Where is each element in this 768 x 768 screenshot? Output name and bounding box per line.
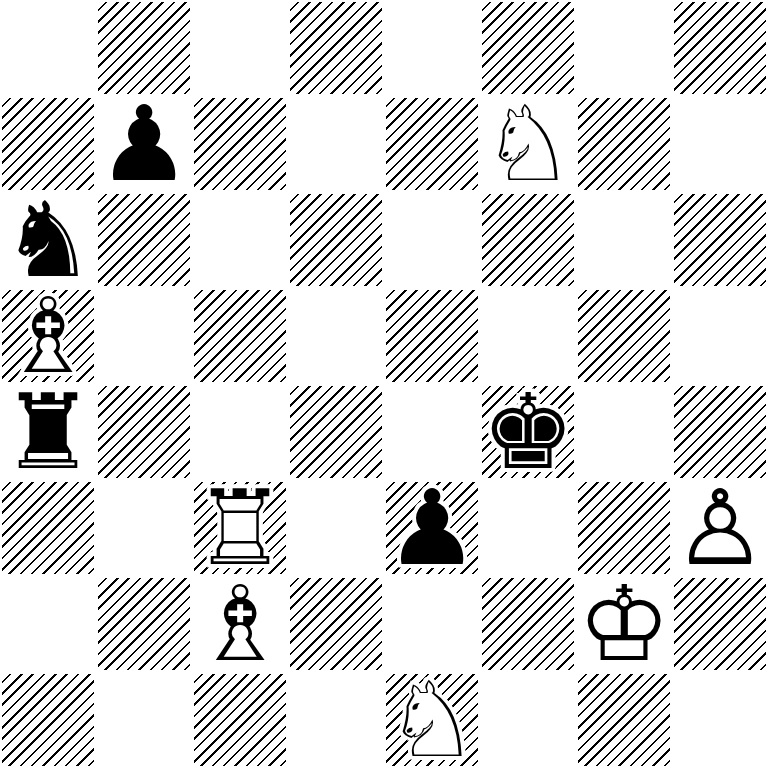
black-knight-piece[interactable]: ♞ — [0, 192, 96, 288]
square-b7[interactable]: ♟♟ — [96, 96, 192, 192]
square-e7[interactable] — [384, 96, 480, 192]
square-a6[interactable]: ♞♞ — [0, 192, 96, 288]
white-king-piece[interactable]: ♔ — [576, 576, 672, 672]
square-f6[interactable] — [480, 192, 576, 288]
square-e8[interactable] — [384, 0, 480, 96]
square-g4[interactable] — [576, 384, 672, 480]
square-g2[interactable]: ♚♔ — [576, 576, 672, 672]
square-g1[interactable] — [576, 672, 672, 768]
square-b3[interactable] — [96, 480, 192, 576]
square-c3[interactable]: ♜♖ — [192, 480, 288, 576]
square-b6[interactable] — [96, 192, 192, 288]
square-a8[interactable] — [0, 0, 96, 96]
square-d6[interactable] — [288, 192, 384, 288]
white-bishop-piece[interactable]: ♗ — [0, 288, 96, 384]
square-d5[interactable] — [288, 288, 384, 384]
white-knight-piece[interactable]: ♘ — [384, 672, 480, 768]
square-b5[interactable] — [96, 288, 192, 384]
square-c7[interactable] — [192, 96, 288, 192]
square-d3[interactable] — [288, 480, 384, 576]
square-d1[interactable] — [288, 672, 384, 768]
chess-board: ♟♟♞♘♞♞♝♗♜♜♚♚♜♖♟♟♟♙♝♗♚♔♞♘ — [0, 0, 768, 768]
square-e6[interactable] — [384, 192, 480, 288]
white-rook-piece[interactable]: ♖ — [192, 480, 288, 576]
square-c5[interactable] — [192, 288, 288, 384]
square-a4[interactable]: ♜♜ — [0, 384, 96, 480]
square-e3[interactable]: ♟♟ — [384, 480, 480, 576]
square-b1[interactable] — [96, 672, 192, 768]
square-a2[interactable] — [0, 576, 96, 672]
square-g6[interactable] — [576, 192, 672, 288]
square-f7[interactable]: ♞♘ — [480, 96, 576, 192]
square-a5[interactable]: ♝♗ — [0, 288, 96, 384]
square-b8[interactable] — [96, 0, 192, 96]
square-b4[interactable] — [96, 384, 192, 480]
square-d2[interactable] — [288, 576, 384, 672]
square-d4[interactable] — [288, 384, 384, 480]
square-d7[interactable] — [288, 96, 384, 192]
square-g3[interactable] — [576, 480, 672, 576]
square-h2[interactable] — [672, 576, 768, 672]
square-b2[interactable] — [96, 576, 192, 672]
square-h3[interactable]: ♟♙ — [672, 480, 768, 576]
square-e2[interactable] — [384, 576, 480, 672]
white-pawn-piece[interactable]: ♙ — [672, 480, 768, 576]
square-h7[interactable] — [672, 96, 768, 192]
square-h8[interactable] — [672, 0, 768, 96]
square-h4[interactable] — [672, 384, 768, 480]
square-c4[interactable] — [192, 384, 288, 480]
square-h5[interactable] — [672, 288, 768, 384]
white-knight-piece[interactable]: ♘ — [480, 96, 576, 192]
black-pawn-piece[interactable]: ♟ — [96, 96, 192, 192]
square-g8[interactable] — [576, 0, 672, 96]
square-e1[interactable]: ♞♘ — [384, 672, 480, 768]
white-bishop-piece[interactable]: ♗ — [192, 576, 288, 672]
square-f3[interactable] — [480, 480, 576, 576]
square-e5[interactable] — [384, 288, 480, 384]
square-h6[interactable] — [672, 192, 768, 288]
square-c1[interactable] — [192, 672, 288, 768]
square-a7[interactable] — [0, 96, 96, 192]
square-c8[interactable] — [192, 0, 288, 96]
square-c2[interactable]: ♝♗ — [192, 576, 288, 672]
square-c6[interactable] — [192, 192, 288, 288]
black-rook-piece[interactable]: ♜ — [0, 384, 96, 480]
square-g7[interactable] — [576, 96, 672, 192]
square-e4[interactable] — [384, 384, 480, 480]
square-g5[interactable] — [576, 288, 672, 384]
square-f4[interactable]: ♚♚ — [480, 384, 576, 480]
square-a1[interactable] — [0, 672, 96, 768]
black-pawn-piece[interactable]: ♟ — [384, 480, 480, 576]
square-f5[interactable] — [480, 288, 576, 384]
square-f8[interactable] — [480, 0, 576, 96]
square-h1[interactable] — [672, 672, 768, 768]
square-f1[interactable] — [480, 672, 576, 768]
square-f2[interactable] — [480, 576, 576, 672]
black-king-piece[interactable]: ♚ — [480, 384, 576, 480]
square-a3[interactable] — [0, 480, 96, 576]
square-d8[interactable] — [288, 0, 384, 96]
